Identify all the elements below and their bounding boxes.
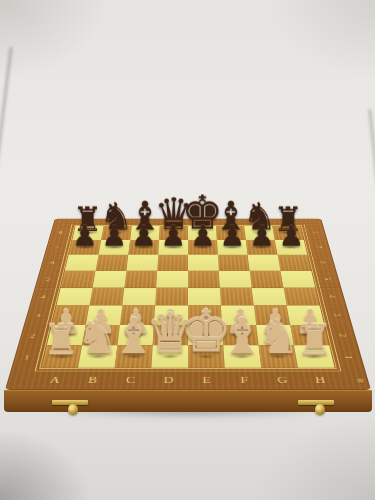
gold-inset-border-outer: ♜♞♝♛♚♝♞♜♟♟♟♟♟♟♟♟♟♟♟♟♟♟♟♟♜♞♝♛♚♝♞♜ xyxy=(34,224,341,371)
rank-label-right-8: 8 xyxy=(310,231,320,233)
square-a7[interactable]: ♟ xyxy=(68,240,101,255)
rank-label-right-1: 1 xyxy=(343,356,355,359)
brass-latch-left xyxy=(51,400,87,416)
square-e7[interactable]: ♟ xyxy=(188,240,218,255)
rank-label-right-6: 6 xyxy=(318,261,328,263)
square-c6[interactable] xyxy=(126,255,158,271)
file-label-g: G xyxy=(263,376,302,386)
rank-label-right-2: 2 xyxy=(337,334,349,337)
square-d7[interactable]: ♟ xyxy=(158,240,188,255)
square-b7[interactable]: ♟ xyxy=(98,240,130,255)
gold-inset-border-inner: ♜♞♝♛♚♝♞♜♟♟♟♟♟♟♟♟♟♟♟♟♟♟♟♟♜♞♝♛♚♝♞♜ xyxy=(39,225,337,369)
square-b1[interactable]: ♞ xyxy=(78,345,117,367)
board-frame: ♜♞♝♛♚♝♞♜♟♟♟♟♟♟♟♟♟♟♟♟♟♟♟♟♜♞♝♛♚♝♞♜ ABCDEFG… xyxy=(5,219,371,390)
square-c7[interactable]: ♟ xyxy=(128,240,159,255)
file-label-c: C xyxy=(111,376,150,386)
square-d6[interactable] xyxy=(157,255,188,271)
file-label-d: D xyxy=(149,376,187,386)
maker-mark: ♔ xyxy=(355,377,365,383)
square-g6[interactable] xyxy=(247,255,280,271)
file-label-a: A xyxy=(35,376,75,386)
file-label-b: B xyxy=(73,376,112,386)
board-grid: ♜♞♝♛♚♝♞♜♟♟♟♟♟♟♟♟♟♟♟♟♟♟♟♟♜♞♝♛♚♝♞♜ xyxy=(41,226,334,368)
board-front-edge xyxy=(4,390,372,412)
square-f5[interactable] xyxy=(218,271,251,288)
square-g7[interactable]: ♟ xyxy=(245,240,277,255)
square-a6[interactable] xyxy=(64,255,98,271)
white-knight-b1[interactable]: ♞ xyxy=(76,315,119,360)
square-g5[interactable] xyxy=(249,271,283,288)
square-e5[interactable] xyxy=(188,271,220,288)
square-b6[interactable] xyxy=(95,255,128,271)
rank-label-left-3: 3 xyxy=(34,312,40,318)
square-f1[interactable]: ♝ xyxy=(223,345,261,367)
black-pawn-e7[interactable]: ♟ xyxy=(189,222,215,249)
white-rook-a1[interactable]: ♜ xyxy=(42,320,80,360)
file-label-e: E xyxy=(188,376,226,386)
square-f7[interactable]: ♟ xyxy=(216,240,247,255)
square-g1[interactable]: ♞ xyxy=(258,345,297,367)
rank-label-left-4: 4 xyxy=(40,294,46,300)
rank-label-left-8: 8 xyxy=(57,230,62,234)
brass-latch-right xyxy=(298,400,334,416)
file-label-f: F xyxy=(225,376,264,386)
latch-knob xyxy=(314,404,324,415)
file-label-h: H xyxy=(300,376,340,386)
square-b5[interactable] xyxy=(92,271,126,288)
rank-label-left-7: 7 xyxy=(53,245,58,250)
black-pawn-b7[interactable]: ♟ xyxy=(101,222,127,249)
square-e6[interactable] xyxy=(188,255,219,271)
black-pawn-f7[interactable]: ♟ xyxy=(219,222,245,249)
file-labels: ABCDEFGH xyxy=(35,376,341,386)
white-knight-g1[interactable]: ♞ xyxy=(257,315,300,360)
black-pawn-a7[interactable]: ♟ xyxy=(71,222,97,249)
rank-label-right-7: 7 xyxy=(314,246,324,248)
black-pawn-h7[interactable]: ♟ xyxy=(278,222,304,249)
black-pawn-c7[interactable]: ♟ xyxy=(130,222,156,249)
rank-label-right-5: 5 xyxy=(322,278,333,280)
rank-label-right-3: 3 xyxy=(332,314,343,317)
photo-backdrop: ♜♞♝♛♚♝♞♜♟♟♟♟♟♟♟♟♟♟♟♟♟♟♟♟♜♞♝♛♚♝♞♜ ABCDEFG… xyxy=(0,0,375,500)
chess-board: ♜♞♝♛♚♝♞♜♟♟♟♟♟♟♟♟♟♟♟♟♟♟♟♟♜♞♝♛♚♝♞♜ ABCDEFG… xyxy=(5,219,371,390)
black-pawn-d7[interactable]: ♟ xyxy=(160,222,186,249)
square-h5[interactable] xyxy=(280,271,315,288)
rank-label-left-5: 5 xyxy=(45,276,51,281)
square-c5[interactable] xyxy=(124,271,157,288)
white-rook-h1[interactable]: ♜ xyxy=(295,320,333,360)
rank-label-left-1: 1 xyxy=(23,354,30,361)
square-d1[interactable]: ♛ xyxy=(151,345,188,367)
latch-knob xyxy=(68,404,78,415)
square-f6[interactable] xyxy=(217,255,249,271)
square-a5[interactable] xyxy=(60,271,95,288)
square-h6[interactable] xyxy=(277,255,311,271)
rank-label-left-2: 2 xyxy=(29,332,36,338)
square-d5[interactable] xyxy=(156,271,188,288)
square-c1[interactable]: ♝ xyxy=(114,345,152,367)
rank-label-left-6: 6 xyxy=(49,260,55,265)
rank-label-right-4: 4 xyxy=(327,295,338,298)
black-pawn-g7[interactable]: ♟ xyxy=(248,222,274,249)
square-h7[interactable]: ♟ xyxy=(274,240,307,255)
